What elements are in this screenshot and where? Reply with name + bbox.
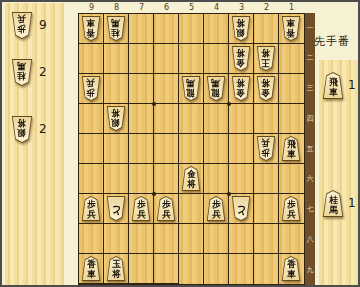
square-4-9[interactable] [204,254,229,284]
square-7-8[interactable] [129,224,154,254]
square-5-9[interactable] [179,254,204,284]
square-2-3[interactable]: 金将 [254,74,279,104]
square-1-3[interactable] [279,74,304,104]
square-4-6[interactable] [204,164,229,194]
pawn-piece[interactable]: 歩兵 [281,196,301,221]
file-label-8: 8 [104,3,129,12]
gold-piece[interactable]: 金将 [181,166,201,191]
square-3-6[interactable] [229,164,254,194]
square-9-1[interactable]: 香車 [79,14,104,44]
square-9-5[interactable] [79,134,104,164]
gold-piece[interactable]: 金将 [231,76,251,101]
tokin-piece[interactable]: と [106,196,126,221]
square-3-4[interactable] [229,104,254,134]
lance-piece[interactable]: 香車 [281,16,301,41]
pawn-piece[interactable]: 歩兵 [81,196,101,221]
square-5-8[interactable] [179,224,204,254]
file-label-9: 9 [79,3,104,12]
file-labels: 987654321 [79,3,304,12]
gote-hand-silver-count: 2 [39,122,47,136]
file-label-6: 6 [154,3,179,12]
square-6-6[interactable] [154,164,179,194]
knight-piece[interactable]: 桂馬 [11,59,33,86]
square-3-9[interactable] [229,254,254,284]
file-label-7: 7 [129,3,154,12]
rook-piece[interactable]: 飛車 [322,72,344,99]
square-4-1[interactable] [204,14,229,44]
square-9-4[interactable] [79,104,104,134]
piece-kanji: 飛車 [323,73,343,98]
piece-kanji: 歩兵 [12,13,32,38]
square-7-3[interactable] [129,74,154,104]
silver-piece[interactable]: 銀将 [106,106,126,131]
square-5-1[interactable] [179,14,204,44]
square-8-1[interactable]: 桂馬 [104,14,129,44]
square-1-7[interactable]: 歩兵 [279,194,304,224]
square-2-8[interactable] [254,224,279,254]
gold-piece[interactable]: 金将 [231,46,251,71]
rank-label-9: 九 [307,255,314,285]
shogi-board: 香車桂馬銀将香車金将王将歩兵龍馬龍馬金将金将銀将歩兵飛車金将歩兵と歩兵歩兵歩兵と… [78,13,305,285]
square-4-3[interactable]: 龍馬 [204,74,229,104]
square-1-8[interactable] [279,224,304,254]
piece-kanji: 桂馬 [12,60,32,85]
file-label-2: 2 [254,3,279,12]
gote-hand-pawn: 歩兵9 [11,12,33,43]
square-9-3[interactable]: 歩兵 [79,74,104,104]
rank-label-8: 八 [307,224,314,254]
pawn-piece[interactable]: 歩兵 [81,76,101,101]
gote-hand-knight: 桂馬2 [11,59,33,90]
square-4-7[interactable]: 歩兵 [204,194,229,224]
square-7-6[interactable] [129,164,154,194]
square-8-8[interactable] [104,224,129,254]
file-label-3: 3 [229,3,254,12]
square-2-9[interactable] [254,254,279,284]
square-2-6[interactable] [254,164,279,194]
square-1-6[interactable] [279,164,304,194]
gote-hand-knight-count: 2 [39,65,47,79]
square-9-6[interactable] [79,164,104,194]
file-label-5: 5 [179,3,204,12]
rank-label-6: 六 [307,164,314,194]
piece-kanji: 桂馬 [323,191,343,216]
square-3-5[interactable] [229,134,254,164]
square-2-5[interactable]: 歩兵 [254,134,279,164]
square-8-6[interactable] [104,164,129,194]
hoshi-dot [227,102,231,106]
pawn-piece[interactable]: 歩兵 [131,196,151,221]
sente-hand-knight: 桂馬1 [322,190,344,221]
shogi-diagram: 歩兵9桂馬2銀将2 987654321 香車桂馬銀将香車金将王将歩兵龍馬龍馬金将… [0,0,360,287]
square-3-1[interactable]: 銀将 [229,14,254,44]
file-label-4: 4 [204,3,229,12]
square-9-7[interactable]: 歩兵 [79,194,104,224]
square-8-3[interactable] [104,74,129,104]
square-7-4[interactable] [129,104,154,134]
pawn-piece[interactable]: 歩兵 [156,196,176,221]
square-6-5[interactable] [154,134,179,164]
sente-hand-knight-count: 1 [348,196,356,210]
square-6-4[interactable] [154,104,179,134]
gold-piece[interactable]: 金将 [256,76,276,101]
silver-piece[interactable]: 銀将 [231,16,251,41]
square-1-2[interactable] [279,44,304,74]
square-4-5[interactable] [204,134,229,164]
turn-indicator: 先手番 [314,34,360,49]
square-1-4[interactable] [279,104,304,134]
square-6-8[interactable] [154,224,179,254]
square-1-5[interactable]: 飛車 [279,134,304,164]
rook-piece[interactable]: 飛車 [281,136,301,161]
piece-kanji: 銀将 [12,117,32,142]
king-sente-piece[interactable]: 玉将 [106,256,126,281]
gote-hand-silver: 銀将2 [11,116,33,147]
lance-piece[interactable]: 香車 [281,256,301,281]
square-2-2[interactable]: 王将 [254,44,279,74]
square-2-4[interactable] [254,104,279,134]
rank-label-5: 五 [307,134,314,164]
square-8-4[interactable]: 銀将 [104,104,129,134]
pawn-piece[interactable]: 歩兵 [11,12,33,39]
rank-label-1: 一 [307,13,314,43]
square-8-2[interactable] [104,44,129,74]
square-6-9[interactable] [154,254,179,284]
knight-piece[interactable]: 桂馬 [106,16,126,41]
square-2-1[interactable] [254,14,279,44]
square-3-8[interactable] [229,224,254,254]
silver-piece[interactable]: 銀将 [11,116,33,143]
square-5-5[interactable] [179,134,204,164]
square-1-1[interactable]: 香車 [279,14,304,44]
promoted-bishop-piece[interactable]: 龍馬 [206,76,226,101]
square-2-7[interactable] [254,194,279,224]
knight-piece[interactable]: 桂馬 [322,190,344,217]
square-1-9[interactable]: 香車 [279,254,304,284]
square-6-7[interactable]: 歩兵 [154,194,179,224]
sente-captured-tray: 飛車1桂馬1 [319,60,358,286]
rank-labels: 一二三四五六七八九 [305,13,315,285]
rank-label-2: 二 [307,43,314,73]
square-9-2[interactable] [79,44,104,74]
file-label-1: 1 [279,3,304,12]
square-7-5[interactable] [129,134,154,164]
square-4-8[interactable] [204,224,229,254]
square-4-4[interactable] [204,104,229,134]
promoted-bishop-piece[interactable]: 龍馬 [181,76,201,101]
square-9-8[interactable] [79,224,104,254]
square-4-2[interactable] [204,44,229,74]
square-5-7[interactable] [179,194,204,224]
king-gote-piece[interactable]: 王将 [256,46,276,71]
rank-label-3: 三 [307,73,314,103]
square-7-9[interactable] [129,254,154,284]
square-5-4[interactable] [179,104,204,134]
rank-label-7: 七 [307,194,314,224]
hoshi-dot [152,192,156,196]
square-7-1[interactable] [129,14,154,44]
hoshi-dot [227,192,231,196]
square-8-5[interactable] [104,134,129,164]
tokin-piece[interactable]: と [231,196,251,221]
square-6-1[interactable] [154,14,179,44]
square-7-7[interactable]: 歩兵 [129,194,154,224]
square-8-9[interactable]: 玉将 [104,254,129,284]
gote-hand-pawn-count: 9 [39,18,47,32]
pawn-piece[interactable]: 歩兵 [206,196,226,221]
square-3-2[interactable]: 金将 [229,44,254,74]
lance-piece[interactable]: 香車 [81,16,101,41]
square-5-2[interactable] [179,44,204,74]
square-3-3[interactable]: 金将 [229,74,254,104]
hoshi-dot [152,102,156,106]
pawn-piece[interactable]: 歩兵 [256,136,276,161]
square-3-7[interactable]: と [229,194,254,224]
square-7-2[interactable] [129,44,154,74]
lance-piece[interactable]: 香車 [81,256,101,281]
square-5-6[interactable]: 金将 [179,164,204,194]
square-8-7[interactable]: と [104,194,129,224]
sente-hand-rook-count: 1 [348,78,356,92]
square-6-3[interactable] [154,74,179,104]
square-9-9[interactable]: 香車 [79,254,104,284]
rank-label-4: 四 [307,104,314,134]
sente-hand-rook: 飛車1 [322,72,344,103]
gote-captured-tray: 歩兵9桂馬2銀将2 [5,3,64,285]
square-6-2[interactable] [154,44,179,74]
square-5-3[interactable]: 龍馬 [179,74,204,104]
